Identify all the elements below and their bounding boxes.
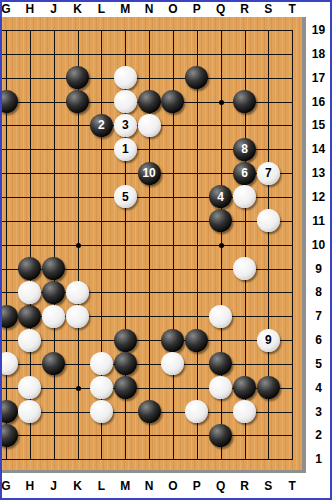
stone-black-O6 [161, 329, 184, 352]
column-label-bottom-K: K [66, 478, 90, 494]
stone-black-K16 [66, 90, 89, 113]
stone-black-R14-move-8: 8 [233, 138, 256, 161]
stone-white-K8 [66, 281, 89, 304]
row-label-14: 14 [305, 141, 332, 157]
row-label-5: 5 [305, 356, 332, 372]
row-label-17: 17 [305, 70, 332, 86]
stone-black-P6 [185, 329, 208, 352]
stone-white-M17 [114, 66, 137, 89]
column-label-bottom-L: L [89, 478, 113, 494]
stone-black-N13-move-10: 10 [138, 162, 161, 185]
column-label-bottom-M: M [113, 478, 137, 494]
row-label-9: 9 [305, 261, 332, 277]
row-label-18: 18 [305, 46, 332, 62]
stone-black-H7 [18, 305, 41, 328]
grid-line-row-1 [2, 459, 293, 460]
stone-black-L15-move-2: 2 [90, 114, 113, 137]
star-point-Q16 [219, 100, 224, 105]
stone-white-S11 [257, 209, 280, 232]
column-label-bottom-S: S [256, 478, 280, 494]
stone-black-M6 [114, 329, 137, 352]
grid-line-row-17 [2, 78, 293, 79]
column-label-top-R: R [233, 2, 257, 16]
stone-black-M4 [114, 376, 137, 399]
grid-line-row-6 [2, 340, 293, 341]
stone-white-M15-move-3: 3 [114, 114, 137, 137]
go-diagram-window: GGHHJJKKLLMMNNOOPPQQRRSSTT19181716151413… [0, 0, 332, 500]
stone-white-R9 [233, 257, 256, 280]
stone-white-L3 [90, 400, 113, 423]
column-label-top-K: K [66, 2, 90, 16]
row-label-1: 1 [305, 451, 332, 467]
stone-white-M16 [114, 90, 137, 113]
row-label-2: 2 [305, 427, 332, 443]
board-edge-shadow-bottom [2, 470, 306, 473]
stone-white-S6-move-9: 9 [257, 329, 280, 352]
star-point-K10 [76, 243, 81, 248]
row-label-7: 7 [305, 308, 332, 324]
stone-white-N15 [138, 114, 161, 137]
stone-black-G7 [0, 305, 18, 328]
stone-white-L4 [90, 376, 113, 399]
grid-line-row-10 [2, 245, 293, 246]
stone-white-H6 [18, 329, 41, 352]
row-label-4: 4 [305, 380, 332, 396]
column-label-top-L: L [89, 2, 113, 16]
grid-line-col-P [197, 30, 198, 460]
row-label-19: 19 [305, 22, 332, 38]
column-label-top-P: P [185, 2, 209, 16]
stone-white-Q7 [209, 305, 232, 328]
stone-white-K7 [66, 305, 89, 328]
star-point-K4 [76, 386, 81, 391]
row-label-11: 11 [305, 213, 332, 229]
stone-black-J8 [42, 281, 65, 304]
stone-white-R3 [233, 400, 256, 423]
column-label-bottom-J: J [42, 478, 66, 494]
stone-white-M14-move-1: 1 [114, 138, 137, 161]
row-label-3: 3 [305, 404, 332, 420]
stone-black-M5 [114, 352, 137, 375]
column-label-bottom-P: P [185, 478, 209, 494]
column-label-top-S: S [256, 2, 280, 16]
row-label-13: 13 [305, 165, 332, 181]
grid-line-col-J [54, 30, 55, 460]
row-label-12: 12 [305, 189, 332, 205]
grid-line-row-2 [2, 435, 293, 436]
stone-black-N3 [138, 400, 161, 423]
column-label-top-J: J [42, 2, 66, 16]
column-label-bottom-N: N [137, 478, 161, 494]
stone-black-S4 [257, 376, 280, 399]
stone-black-N16 [138, 90, 161, 113]
column-label-top-M: M [113, 2, 137, 16]
grid-line-row-19 [2, 30, 293, 31]
stone-white-J7 [42, 305, 65, 328]
column-label-bottom-R: R [233, 478, 257, 494]
row-label-6: 6 [305, 332, 332, 348]
star-point-Q10 [219, 243, 224, 248]
grid-line-row-18 [2, 54, 293, 55]
grid-line-col-T [292, 30, 293, 460]
stone-black-R16 [233, 90, 256, 113]
grid-line-row-11 [2, 221, 293, 222]
column-label-top-O: O [161, 2, 185, 16]
stone-black-R13-move-6: 6 [233, 162, 256, 185]
column-label-top-G: G [0, 2, 18, 16]
column-label-bottom-O: O [161, 478, 185, 494]
column-label-bottom-Q: Q [209, 478, 233, 494]
row-label-16: 16 [305, 94, 332, 110]
column-label-top-N: N [137, 2, 161, 16]
column-label-top-T: T [280, 2, 304, 16]
row-label-8: 8 [305, 284, 332, 300]
column-label-bottom-H: H [18, 478, 42, 494]
stone-black-Q2 [209, 424, 232, 447]
stone-white-S13-move-7: 7 [257, 162, 280, 185]
row-label-10: 10 [305, 237, 332, 253]
column-label-bottom-T: T [280, 478, 304, 494]
column-label-top-Q: Q [209, 2, 233, 16]
row-label-15: 15 [305, 117, 332, 133]
column-label-top-H: H [18, 2, 42, 16]
column-label-bottom-G: G [0, 478, 18, 494]
